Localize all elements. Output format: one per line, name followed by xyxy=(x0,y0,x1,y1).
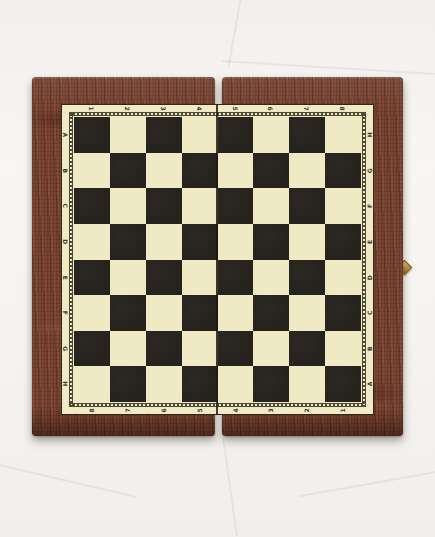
rank-label: G xyxy=(352,166,388,175)
square-c2[interactable] xyxy=(110,188,146,224)
rank-label: G xyxy=(48,344,84,353)
rank-label: B xyxy=(352,344,388,353)
backdrop-crease xyxy=(227,0,241,67)
file-label: 2 xyxy=(123,91,132,127)
rank-label: E xyxy=(48,273,84,282)
backdrop-crease xyxy=(300,465,435,496)
square-f4[interactable] xyxy=(182,295,218,331)
file-label: 8 xyxy=(87,393,96,429)
square-c3[interactable] xyxy=(146,188,182,224)
file-label: 3 xyxy=(159,91,168,127)
file-label: 6 xyxy=(159,393,168,429)
fold-seam xyxy=(216,104,218,415)
square-e3[interactable] xyxy=(146,260,182,296)
file-label: 6 xyxy=(267,91,276,127)
square-g5[interactable] xyxy=(218,331,254,367)
square-d5[interactable] xyxy=(218,224,254,260)
rank-label: A xyxy=(352,380,388,389)
rank-label: D xyxy=(352,273,388,282)
rank-label: H xyxy=(48,380,84,389)
square-f5[interactable] xyxy=(218,295,254,331)
rank-label: H xyxy=(352,130,388,139)
file-label: 3 xyxy=(267,393,276,429)
file-label: 4 xyxy=(195,91,204,127)
rank-label: D xyxy=(48,237,84,246)
rank-labels-left: ABCDEFGH xyxy=(61,117,70,402)
square-e4[interactable] xyxy=(182,260,218,296)
square-e6[interactable] xyxy=(253,260,289,296)
file-label: 1 xyxy=(339,393,348,429)
square-g2[interactable] xyxy=(110,331,146,367)
square-c6[interactable] xyxy=(253,188,289,224)
square-d4[interactable] xyxy=(182,224,218,260)
file-label: 2 xyxy=(303,393,312,429)
square-c5[interactable] xyxy=(218,188,254,224)
rank-label: E xyxy=(352,237,388,246)
rank-label: F xyxy=(48,308,84,317)
square-f6[interactable] xyxy=(253,295,289,331)
rank-label: C xyxy=(352,308,388,317)
square-b5[interactable] xyxy=(218,153,254,189)
square-g6[interactable] xyxy=(253,331,289,367)
square-b6[interactable] xyxy=(253,153,289,189)
square-g4[interactable] xyxy=(182,331,218,367)
rank-label: F xyxy=(352,202,388,211)
square-b2[interactable] xyxy=(110,153,146,189)
square-d2[interactable] xyxy=(110,224,146,260)
square-f3[interactable] xyxy=(146,295,182,331)
photo-backdrop: 12345678 87654321 ABCDEFGH HGFEDCBA xyxy=(0,0,435,537)
square-f2[interactable] xyxy=(110,295,146,331)
rank-labels-right: HGFEDCBA xyxy=(365,117,374,402)
file-label: 4 xyxy=(231,393,240,429)
square-b3[interactable] xyxy=(146,153,182,189)
square-d6[interactable] xyxy=(253,224,289,260)
square-g3[interactable] xyxy=(146,331,182,367)
backdrop-crease xyxy=(0,462,136,498)
rank-label: A xyxy=(48,130,84,139)
backdrop-crease xyxy=(222,60,435,75)
square-d3[interactable] xyxy=(146,224,182,260)
square-d7[interactable] xyxy=(289,224,325,260)
square-c4[interactable] xyxy=(182,188,218,224)
square-g7[interactable] xyxy=(289,331,325,367)
file-label: 5 xyxy=(195,393,204,429)
square-b4[interactable] xyxy=(182,153,218,189)
square-e7[interactable] xyxy=(289,260,325,296)
file-label: 7 xyxy=(303,91,312,127)
square-e2[interactable] xyxy=(110,260,146,296)
square-f7[interactable] xyxy=(289,295,325,331)
rank-label: C xyxy=(48,202,84,211)
square-c7[interactable] xyxy=(289,188,325,224)
square-e5[interactable] xyxy=(218,260,254,296)
backdrop-crease xyxy=(222,437,238,536)
square-b7[interactable] xyxy=(289,153,325,189)
file-label: 8 xyxy=(339,91,348,127)
file-label: 1 xyxy=(87,91,96,127)
file-label: 7 xyxy=(123,393,132,429)
file-label: 5 xyxy=(231,91,240,127)
rank-label: B xyxy=(48,166,84,175)
